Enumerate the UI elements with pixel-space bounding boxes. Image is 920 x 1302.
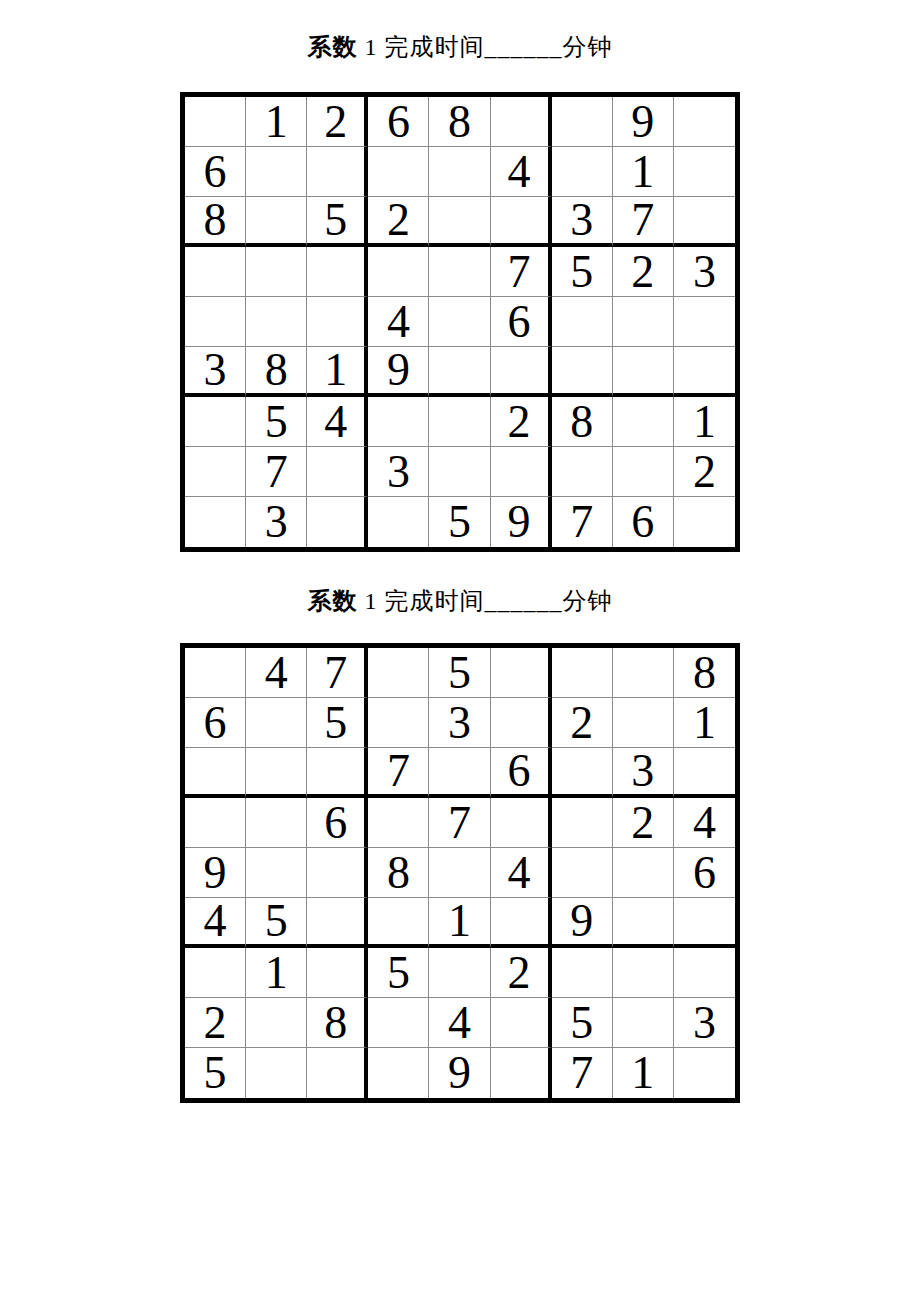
p1-cell-r5c2 <box>246 297 307 347</box>
p1-cell-r4c6: 7 <box>491 247 552 297</box>
p2-cell-r3c5 <box>429 748 490 798</box>
p2-cell-r5c2 <box>246 848 307 898</box>
p1-cell-r8c5 <box>429 447 490 497</box>
p1-cell-r8c1 <box>185 447 246 497</box>
puzzle-1-title-text: 1 完成时间______分钟 <box>358 34 613 60</box>
p2-cell-r2c1: 6 <box>185 698 246 748</box>
p2-cell-r7c3 <box>307 948 368 998</box>
p2-cell-r6c1: 4 <box>185 898 246 948</box>
p1-cell-r6c5 <box>429 347 490 397</box>
p1-cell-r6c3: 1 <box>307 347 368 397</box>
p2-cell-r3c7 <box>552 748 613 798</box>
p2-cell-r1c8 <box>613 648 674 698</box>
p1-cell-r8c9: 2 <box>674 447 735 497</box>
p2-cell-r1c2: 4 <box>246 648 307 698</box>
p2-cell-r3c2 <box>246 748 307 798</box>
p1-cell-r1c9 <box>674 97 735 147</box>
p2-cell-r9c9 <box>674 1048 735 1098</box>
p1-cell-r3c9 <box>674 197 735 247</box>
p1-cell-r9c7: 7 <box>552 497 613 547</box>
p2-cell-r8c2 <box>246 998 307 1048</box>
p1-cell-r6c1: 3 <box>185 347 246 397</box>
p2-cell-r9c6 <box>491 1048 552 1098</box>
puzzle-2-title-text: 1 完成时间______分钟 <box>358 588 613 614</box>
p2-cell-r4c1 <box>185 798 246 848</box>
p1-cell-r3c6 <box>491 197 552 247</box>
p1-cell-r7c7: 8 <box>552 397 613 447</box>
p1-cell-r4c5 <box>429 247 490 297</box>
p1-cell-r7c2: 5 <box>246 397 307 447</box>
p2-cell-r2c6 <box>491 698 552 748</box>
p2-cell-r7c1 <box>185 948 246 998</box>
p2-cell-r9c2 <box>246 1048 307 1098</box>
p2-cell-r1c3: 7 <box>307 648 368 698</box>
p2-cell-r2c8 <box>613 698 674 748</box>
p1-cell-r3c5 <box>429 197 490 247</box>
p2-cell-r7c7 <box>552 948 613 998</box>
p1-cell-r8c6 <box>491 447 552 497</box>
p1-cell-r2c8: 1 <box>613 147 674 197</box>
p1-cell-r9c6: 9 <box>491 497 552 547</box>
p2-cell-r8c6 <box>491 998 552 1048</box>
p2-cell-r5c3 <box>307 848 368 898</box>
p1-cell-r7c6: 2 <box>491 397 552 447</box>
p1-cell-r6c2: 8 <box>246 347 307 397</box>
p2-cell-r5c4: 8 <box>368 848 429 898</box>
p2-cell-r1c6 <box>491 648 552 698</box>
p2-cell-r7c4: 5 <box>368 948 429 998</box>
worksheet-page: 系数 1 完成时间______分钟 1268964185237752346381… <box>0 0 920 1302</box>
p2-cell-r4c2 <box>246 798 307 848</box>
p2-cell-r4c4 <box>368 798 429 848</box>
p2-cell-r1c7 <box>552 648 613 698</box>
p2-cell-r1c5: 5 <box>429 648 490 698</box>
p1-cell-r7c9: 1 <box>674 397 735 447</box>
p2-cell-r6c5: 1 <box>429 898 490 948</box>
p2-cell-r9c5: 9 <box>429 1048 490 1098</box>
p2-cell-r1c9: 8 <box>674 648 735 698</box>
p2-cell-r8c9: 3 <box>674 998 735 1048</box>
p1-cell-r4c7: 5 <box>552 247 613 297</box>
p1-cell-r2c2 <box>246 147 307 197</box>
p1-cell-r3c4: 2 <box>368 197 429 247</box>
p1-cell-r7c1 <box>185 397 246 447</box>
p1-cell-r5c6: 6 <box>491 297 552 347</box>
p2-cell-r3c6: 6 <box>491 748 552 798</box>
p1-cell-r8c2: 7 <box>246 447 307 497</box>
p1-cell-r1c8: 9 <box>613 97 674 147</box>
p1-cell-r1c5: 8 <box>429 97 490 147</box>
p2-cell-r2c2 <box>246 698 307 748</box>
p1-cell-r8c8 <box>613 447 674 497</box>
p1-cell-r5c7 <box>552 297 613 347</box>
p2-cell-r8c8 <box>613 998 674 1048</box>
p1-cell-r7c8 <box>613 397 674 447</box>
p1-cell-r4c3 <box>307 247 368 297</box>
p1-cell-r6c8 <box>613 347 674 397</box>
puzzle-1-title: 系数 1 完成时间______分钟 <box>0 31 920 63</box>
p2-cell-r2c9: 1 <box>674 698 735 748</box>
p1-cell-r2c4 <box>368 147 429 197</box>
p1-cell-r6c6 <box>491 347 552 397</box>
p2-cell-r3c4: 7 <box>368 748 429 798</box>
p2-cell-r6c4 <box>368 898 429 948</box>
p1-cell-r1c3: 2 <box>307 97 368 147</box>
puzzle-2-title-prefix: 系数 <box>308 586 358 615</box>
p2-cell-r5c7 <box>552 848 613 898</box>
p2-cell-r4c9: 4 <box>674 798 735 848</box>
p1-cell-r6c9 <box>674 347 735 397</box>
p1-cell-r6c4: 9 <box>368 347 429 397</box>
p1-cell-r7c5 <box>429 397 490 447</box>
p1-cell-r1c2: 1 <box>246 97 307 147</box>
p2-cell-r2c4 <box>368 698 429 748</box>
p2-cell-r9c8: 1 <box>613 1048 674 1098</box>
p1-cell-r2c9 <box>674 147 735 197</box>
p2-cell-r5c5 <box>429 848 490 898</box>
p1-cell-r9c2: 3 <box>246 497 307 547</box>
p2-cell-r3c8: 3 <box>613 748 674 798</box>
p2-cell-r9c4 <box>368 1048 429 1098</box>
p1-cell-r4c9: 3 <box>674 247 735 297</box>
p1-cell-r2c6: 4 <box>491 147 552 197</box>
p1-cell-r2c5 <box>429 147 490 197</box>
p1-cell-r1c6 <box>491 97 552 147</box>
p2-cell-r3c1 <box>185 748 246 798</box>
p2-cell-r6c9 <box>674 898 735 948</box>
p1-cell-r3c2 <box>246 197 307 247</box>
p2-cell-r3c9 <box>674 748 735 798</box>
p1-cell-r4c2 <box>246 247 307 297</box>
p2-cell-r8c5: 4 <box>429 998 490 1048</box>
p1-cell-r4c8: 2 <box>613 247 674 297</box>
p2-cell-r4c6 <box>491 798 552 848</box>
p1-cell-r5c5 <box>429 297 490 347</box>
p2-cell-r5c8 <box>613 848 674 898</box>
p2-cell-r2c7: 2 <box>552 698 613 748</box>
p1-cell-r2c1: 6 <box>185 147 246 197</box>
p1-cell-r2c3 <box>307 147 368 197</box>
p1-cell-r9c8: 6 <box>613 497 674 547</box>
p1-cell-r7c3: 4 <box>307 397 368 447</box>
p1-cell-r2c7 <box>552 147 613 197</box>
p2-cell-r1c1 <box>185 648 246 698</box>
p2-cell-r4c3: 6 <box>307 798 368 848</box>
p1-cell-r5c3 <box>307 297 368 347</box>
p1-cell-r5c9 <box>674 297 735 347</box>
p2-cell-r2c5: 3 <box>429 698 490 748</box>
p2-cell-r6c3 <box>307 898 368 948</box>
p2-cell-r7c2: 1 <box>246 948 307 998</box>
p2-cell-r2c3: 5 <box>307 698 368 748</box>
p1-cell-r5c8 <box>613 297 674 347</box>
p2-cell-r7c8 <box>613 948 674 998</box>
p1-cell-r6c7 <box>552 347 613 397</box>
p2-cell-r9c1: 5 <box>185 1048 246 1098</box>
p1-cell-r8c4: 3 <box>368 447 429 497</box>
p2-cell-r8c4 <box>368 998 429 1048</box>
p1-cell-r1c1 <box>185 97 246 147</box>
p2-cell-r4c5: 7 <box>429 798 490 848</box>
sudoku-grid-2: 475865321763672498464519152284535971 <box>180 643 740 1103</box>
p1-cell-r3c8: 7 <box>613 197 674 247</box>
puzzle-2-title: 系数 1 完成时间______分钟 <box>0 585 920 617</box>
p1-cell-r8c3 <box>307 447 368 497</box>
p1-cell-r1c4: 6 <box>368 97 429 147</box>
p2-cell-r7c9 <box>674 948 735 998</box>
p2-cell-r9c7: 7 <box>552 1048 613 1098</box>
puzzle-1-title-prefix: 系数 <box>308 32 358 61</box>
p2-cell-r6c7: 9 <box>552 898 613 948</box>
p1-cell-r7c4 <box>368 397 429 447</box>
p1-cell-r9c4 <box>368 497 429 547</box>
p1-cell-r9c3 <box>307 497 368 547</box>
p2-cell-r1c4 <box>368 648 429 698</box>
p1-cell-r3c7: 3 <box>552 197 613 247</box>
p2-cell-r5c9: 6 <box>674 848 735 898</box>
p1-cell-r5c4: 4 <box>368 297 429 347</box>
p2-cell-r5c6: 4 <box>491 848 552 898</box>
p1-cell-r1c7 <box>552 97 613 147</box>
p1-cell-r4c4 <box>368 247 429 297</box>
p2-cell-r4c7 <box>552 798 613 848</box>
p2-cell-r8c7: 5 <box>552 998 613 1048</box>
p1-cell-r3c3: 5 <box>307 197 368 247</box>
p2-cell-r8c3: 8 <box>307 998 368 1048</box>
p1-cell-r3c1: 8 <box>185 197 246 247</box>
p2-cell-r5c1: 9 <box>185 848 246 898</box>
p2-cell-r8c1: 2 <box>185 998 246 1048</box>
p2-cell-r7c5 <box>429 948 490 998</box>
p2-cell-r6c2: 5 <box>246 898 307 948</box>
p2-cell-r7c6: 2 <box>491 948 552 998</box>
p2-cell-r6c6 <box>491 898 552 948</box>
sudoku-grid-1: 126896418523775234638195428173235976 <box>180 92 740 552</box>
p1-cell-r9c1 <box>185 497 246 547</box>
p2-cell-r6c8 <box>613 898 674 948</box>
p2-cell-r3c3 <box>307 748 368 798</box>
p2-cell-r4c8: 2 <box>613 798 674 848</box>
p2-cell-r9c3 <box>307 1048 368 1098</box>
p1-cell-r9c9 <box>674 497 735 547</box>
p1-cell-r4c1 <box>185 247 246 297</box>
p1-cell-r8c7 <box>552 447 613 497</box>
p1-cell-r5c1 <box>185 297 246 347</box>
p1-cell-r9c5: 5 <box>429 497 490 547</box>
